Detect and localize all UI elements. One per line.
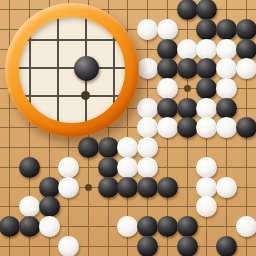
board-intersection[interactable] xyxy=(158,118,178,138)
white-stone xyxy=(177,39,198,60)
magnified-black-stone xyxy=(74,56,99,81)
black-stone xyxy=(98,137,119,158)
board-intersection[interactable] xyxy=(158,20,178,40)
board-intersection[interactable] xyxy=(236,217,256,237)
board-intersection[interactable] xyxy=(177,217,197,237)
board-intersection[interactable] xyxy=(236,59,256,79)
board-intersection[interactable] xyxy=(138,59,158,79)
go-app-icon xyxy=(0,0,256,256)
white-stone xyxy=(137,117,158,138)
black-stone xyxy=(196,19,217,40)
white-stone xyxy=(137,157,158,178)
board-intersection[interactable] xyxy=(197,39,217,59)
board-intersection[interactable] xyxy=(138,217,158,237)
board-intersection[interactable] xyxy=(197,79,217,99)
black-stone xyxy=(216,98,237,119)
board-intersection[interactable] xyxy=(79,138,99,158)
magnified-star-point xyxy=(81,91,90,100)
board-intersection[interactable] xyxy=(138,177,158,197)
black-stone xyxy=(216,19,237,40)
board-intersection[interactable] xyxy=(118,138,138,158)
white-stone xyxy=(216,78,237,99)
board-intersection[interactable] xyxy=(217,20,237,40)
board-intersection[interactable] xyxy=(177,236,197,256)
board-intersection[interactable] xyxy=(158,98,178,118)
white-stone xyxy=(216,117,237,138)
board-intersection[interactable] xyxy=(98,138,118,158)
board-intersection[interactable] xyxy=(158,217,178,237)
black-stone xyxy=(117,177,138,198)
board-intersection[interactable] xyxy=(236,39,256,59)
white-stone xyxy=(157,117,178,138)
black-stone xyxy=(236,39,256,60)
board-intersection[interactable] xyxy=(158,39,178,59)
board-intersection[interactable] xyxy=(138,20,158,40)
board-intersection[interactable] xyxy=(236,118,256,138)
white-stone xyxy=(137,19,158,40)
white-stone xyxy=(39,216,60,237)
board-intersection[interactable] xyxy=(197,59,217,79)
white-stone xyxy=(236,216,256,237)
board-intersection[interactable] xyxy=(177,39,197,59)
white-stone xyxy=(216,39,237,60)
board-intersection[interactable] xyxy=(39,217,59,237)
white-stone xyxy=(157,19,178,40)
board-intersection[interactable] xyxy=(138,236,158,256)
board-intersection[interactable] xyxy=(217,98,237,118)
board-intersection[interactable] xyxy=(98,158,118,178)
white-stone xyxy=(196,117,217,138)
black-stone xyxy=(196,78,217,99)
black-stone xyxy=(19,216,40,237)
white-stone xyxy=(58,157,79,178)
black-stone xyxy=(157,39,178,60)
black-stone xyxy=(196,0,217,20)
black-stone xyxy=(78,137,99,158)
black-stone xyxy=(177,58,198,79)
white-stone xyxy=(216,177,237,198)
black-stone xyxy=(177,216,198,237)
black-stone xyxy=(157,58,178,79)
board-intersection[interactable] xyxy=(158,59,178,79)
board-intersection[interactable] xyxy=(197,0,217,20)
black-stone xyxy=(98,157,119,178)
board-intersection[interactable] xyxy=(20,197,40,217)
board-intersection[interactable] xyxy=(177,98,197,118)
board-intersection[interactable] xyxy=(138,98,158,118)
board-intersection[interactable] xyxy=(118,177,138,197)
board-intersection[interactable] xyxy=(158,79,178,99)
board-intersection[interactable] xyxy=(217,118,237,138)
board-intersection[interactable] xyxy=(177,0,197,20)
white-stone xyxy=(117,157,138,178)
white-stone xyxy=(19,196,40,217)
black-stone xyxy=(236,19,256,40)
star-point-dot xyxy=(85,184,92,191)
white-stone xyxy=(196,157,217,178)
white-stone xyxy=(236,58,256,79)
black-stone xyxy=(0,216,20,237)
white-stone xyxy=(196,177,217,198)
board-intersection[interactable] xyxy=(59,236,79,256)
board-intersection[interactable] xyxy=(236,20,256,40)
board-intersection[interactable] xyxy=(217,177,237,197)
black-stone xyxy=(137,236,158,256)
board-intersection[interactable] xyxy=(98,177,118,197)
white-stone xyxy=(216,58,237,79)
black-stone xyxy=(39,196,60,217)
white-stone xyxy=(117,216,138,237)
board-intersection[interactable] xyxy=(217,236,237,256)
board-intersection[interactable] xyxy=(0,217,20,237)
black-stone xyxy=(216,236,237,256)
black-stone xyxy=(137,216,158,237)
black-stone xyxy=(236,117,256,138)
white-stone xyxy=(196,196,217,217)
white-stone xyxy=(196,98,217,119)
board-intersection[interactable] xyxy=(177,59,197,79)
black-stone xyxy=(177,98,198,119)
white-stone xyxy=(58,236,79,256)
board-intersection[interactable] xyxy=(118,217,138,237)
board-intersection[interactable] xyxy=(59,177,79,197)
board-intersection[interactable] xyxy=(217,39,237,59)
board-intersection[interactable] xyxy=(138,158,158,178)
black-stone xyxy=(157,98,178,119)
board-intersection[interactable] xyxy=(138,138,158,158)
board-intersection[interactable] xyxy=(197,98,217,118)
white-stone xyxy=(157,78,178,99)
board-intersection[interactable] xyxy=(138,118,158,138)
black-stone xyxy=(177,236,198,256)
white-stone xyxy=(58,177,79,198)
magnifier-loupe-icon xyxy=(5,3,139,137)
black-stone xyxy=(177,0,198,20)
board-intersection[interactable] xyxy=(217,79,237,99)
white-stone xyxy=(137,137,158,158)
magnified-board-view xyxy=(19,17,125,123)
black-stone xyxy=(39,177,60,198)
star-point xyxy=(177,79,197,99)
board-intersection[interactable] xyxy=(20,158,40,178)
board-intersection[interactable] xyxy=(118,158,138,178)
white-stone xyxy=(137,58,158,79)
black-stone xyxy=(157,216,178,237)
white-stone xyxy=(196,39,217,60)
black-stone xyxy=(196,58,217,79)
white-stone xyxy=(117,137,138,158)
black-stone xyxy=(98,177,119,198)
black-stone xyxy=(137,177,158,198)
board-intersection[interactable] xyxy=(59,158,79,178)
board-intersection[interactable] xyxy=(158,177,178,197)
board-intersection[interactable] xyxy=(197,20,217,40)
star-point xyxy=(79,177,99,197)
board-intersection[interactable] xyxy=(20,217,40,237)
board-intersection[interactable] xyxy=(197,118,217,138)
board-intersection[interactable] xyxy=(197,177,217,197)
star-point-dot xyxy=(184,85,191,92)
board-intersection[interactable] xyxy=(217,59,237,79)
black-stone xyxy=(19,157,40,178)
board-intersection[interactable] xyxy=(39,177,59,197)
black-stone xyxy=(177,117,198,138)
board-intersection[interactable] xyxy=(197,197,217,217)
board-intersection[interactable] xyxy=(39,197,59,217)
black-stone xyxy=(157,177,178,198)
board-intersection[interactable] xyxy=(197,158,217,178)
board-intersection[interactable] xyxy=(177,118,197,138)
white-stone xyxy=(137,98,158,119)
